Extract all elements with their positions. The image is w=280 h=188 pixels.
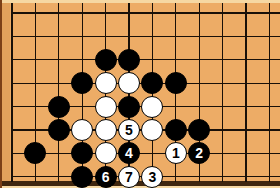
stone-black-move-4: 4 — [118, 142, 140, 164]
grid-line-vertical — [58, 3, 59, 182]
stone-black — [71, 166, 93, 188]
stone-black — [165, 72, 187, 94]
stone-black — [95, 49, 117, 71]
stone-black — [24, 142, 46, 164]
stone-white-move-7: 7 — [118, 166, 140, 188]
stone-black — [165, 119, 187, 141]
frame-bottom-strip — [2, 186, 280, 188]
grid-line-horizontal — [11, 36, 280, 37]
stone-white — [141, 119, 163, 141]
grid-line-vertical — [222, 3, 223, 182]
stone-white — [118, 72, 140, 94]
stone-black — [48, 119, 70, 141]
stone-black-move-6: 6 — [95, 166, 117, 188]
stone-white — [95, 142, 117, 164]
stone-white-move-5: 5 — [118, 119, 140, 141]
frame-bottom-band — [2, 181, 280, 186]
grid-line-vertical — [245, 3, 246, 182]
stone-black — [71, 142, 93, 164]
stone-white — [71, 119, 93, 141]
frame-left-strip — [0, 0, 2, 188]
stone-black — [118, 49, 140, 71]
go-board-diagram: 5412673 — [0, 0, 280, 188]
stone-black-move-2: 2 — [188, 142, 210, 164]
stone-black — [71, 72, 93, 94]
grid-line-horizontal — [11, 59, 280, 60]
stone-white-move-1: 1 — [165, 142, 187, 164]
stone-white — [95, 119, 117, 141]
stone-black — [188, 119, 210, 141]
frame-top-strip — [0, 0, 280, 3]
grid-line-vertical — [269, 3, 270, 182]
grid-line-horizontal — [11, 153, 280, 154]
stone-white — [95, 72, 117, 94]
stone-white — [95, 96, 117, 118]
stone-black — [141, 72, 163, 94]
grid-line-vertical — [11, 3, 13, 182]
stone-black — [118, 96, 140, 118]
stone-white — [141, 96, 163, 118]
grid-line-horizontal — [11, 12, 280, 13]
board-left-margin — [2, 0, 10, 188]
stone-black — [48, 96, 70, 118]
